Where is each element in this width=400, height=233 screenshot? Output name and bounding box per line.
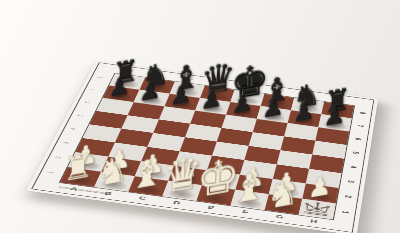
square-g1[interactable]: ♞ [265, 194, 303, 214]
square-e5[interactable] [217, 128, 253, 146]
rank-label-4: 4 [346, 163, 360, 171]
rank-label-left-7: 7 [86, 87, 100, 93]
rank-label-8: 8 [356, 109, 369, 116]
piece-white-rook-a1[interactable]: ♜ [60, 147, 97, 186]
square-f1[interactable]: ♝ [231, 190, 269, 210]
chess-board[interactable]: ♜♞♝♛♚♝♞♜♟♟♟♟♟♟♟♟♟♟♟♟♟♟♟♟♜♞♝♛♚♝♞ AABBCCDD… [26, 61, 378, 233]
rank-label-2: 2 [340, 192, 354, 200]
piece-white-bishop-c1[interactable]: ♝ [128, 152, 165, 195]
piece-white-king-e1[interactable]: ♚ [196, 152, 233, 205]
piece-white-queen-d1[interactable]: ♛ [162, 151, 199, 201]
rank-label-1: 1 [337, 208, 351, 217]
rank-label-6: 6 [351, 135, 364, 142]
square-g5[interactable] [280, 136, 315, 154]
piece-white-bishop-f1[interactable]: ♝ [230, 166, 267, 209]
rank-label-left-4: 4 [65, 126, 80, 133]
chess-set-photo: ♜♞♝♛♚♝♞♜♟♟♟♟♟♟♟♟♟♟♟♟♟♟♟♟♜♞♝♛♚♝♞ AABBCCDD… [0, 0, 400, 233]
rank-label-5: 5 [348, 149, 361, 157]
rank-label-left-5: 5 [72, 112, 87, 119]
square-f5[interactable] [249, 132, 284, 150]
rank-label-left-6: 6 [79, 99, 94, 105]
rank-label-3: 3 [343, 177, 357, 185]
rank-label-left-1: 1 [42, 169, 58, 176]
piece-white-knight-b1[interactable]: ♞ [94, 150, 131, 191]
piece-white-knight-g1[interactable]: ♞ [264, 173, 301, 214]
rank-label-7: 7 [353, 122, 366, 129]
board-grid: ♜♞♝♛♚♝♞♜♟♟♟♟♟♟♟♟♟♟♟♟♟♟♟♟♜♞♝♛♚♝♞ [59, 73, 355, 220]
